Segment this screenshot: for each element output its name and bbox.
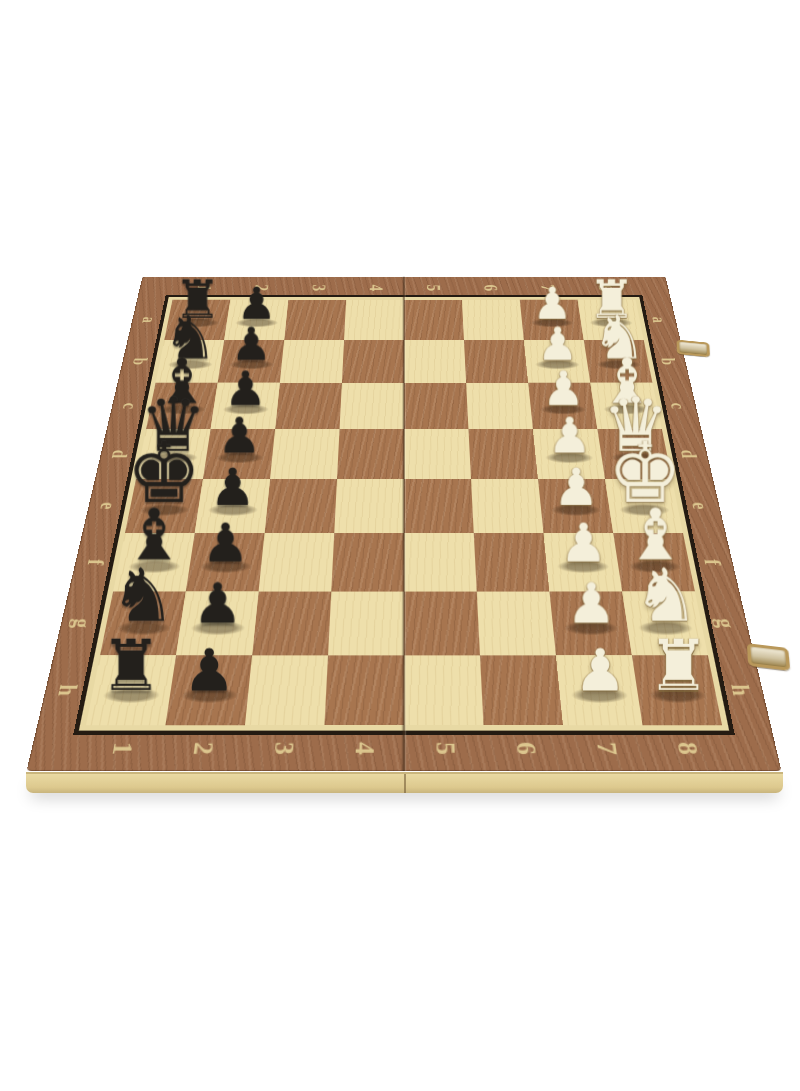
- file-label-right-a: a: [647, 312, 671, 326]
- square-e4: [334, 479, 404, 533]
- file-label-left-a: a: [137, 312, 161, 326]
- rank-label-top-5: 5: [422, 281, 443, 295]
- file-label-left-g: g: [66, 611, 98, 634]
- brass-clasp-lower: [747, 643, 791, 671]
- product-photo-stage: ♜♟♟♜♞♟♟♞♝♟♟♝♛♟♟♛♚♟♟♚♝♟♟♝♞♟♟♞♜♟♟♜ 1122334…: [0, 0, 800, 1091]
- square-e5: [404, 479, 474, 533]
- square-a4: [344, 300, 404, 340]
- piece-black-knight-g1: ♞: [109, 562, 175, 632]
- square-a5: [404, 300, 464, 340]
- rank-label-bottom-7: 7: [590, 735, 622, 762]
- side-fold-gap: [404, 774, 406, 793]
- piece-white-pawn-f7: ♟: [559, 519, 607, 570]
- square-c5: [404, 383, 468, 429]
- file-label-right-b: b: [655, 353, 680, 368]
- square-a3: [284, 300, 346, 340]
- piece-black-pawn-f2: ♟: [201, 519, 249, 570]
- fold-seam-line: [402, 277, 407, 772]
- piece-white-knight-g8: ♞: [633, 562, 699, 632]
- square-h4: [324, 655, 404, 725]
- square-h2: ♟: [165, 655, 252, 725]
- square-c3: [275, 383, 342, 429]
- rank-label-bottom-8: 8: [670, 735, 704, 762]
- chessboard: ♜♟♟♜♞♟♟♞♝♟♟♝♛♟♟♛♚♟♟♚♝♟♟♝♞♟♟♞♜♟♟♜ 1122334…: [26, 277, 781, 772]
- rank-label-top-4: 4: [365, 281, 386, 295]
- rank-label-bottom-3: 3: [267, 735, 298, 762]
- rank-label-bottom-4: 4: [349, 735, 379, 762]
- file-label-right-g: g: [710, 611, 742, 634]
- file-label-left-b: b: [127, 353, 152, 368]
- rank-label-top-3: 3: [307, 281, 329, 295]
- piece-white-pawn-g7: ♟: [566, 579, 616, 632]
- square-h6: [480, 655, 563, 725]
- piece-black-pawn-c2: ♟: [224, 367, 267, 412]
- board-frame: ♜♟♟♜♞♟♟♞♝♟♟♝♛♟♟♛♚♟♟♚♝♟♟♝♞♟♟♞♜♟♟♜ 1122334…: [26, 277, 781, 772]
- piece-white-rook-h8: ♜: [646, 633, 709, 700]
- file-label-left-e: e: [94, 496, 123, 515]
- file-label-right-f: f: [697, 551, 727, 572]
- square-h7: ♟: [556, 655, 643, 725]
- square-g6: [477, 592, 556, 656]
- square-e6: [471, 479, 543, 533]
- rank-label-bottom-5: 5: [430, 735, 460, 762]
- square-d4: [337, 429, 404, 479]
- square-b5: [404, 340, 466, 383]
- piece-black-pawn-h2: ♟: [182, 644, 234, 699]
- square-h8: ♜: [632, 655, 722, 725]
- brass-clasp-upper: [677, 340, 710, 357]
- piece-black-pawn-d2: ♟: [217, 414, 261, 461]
- piece-white-pawn-h7: ♟: [573, 644, 625, 699]
- square-h5: [404, 655, 484, 725]
- piece-black-pawn-e2: ♟: [209, 464, 255, 513]
- square-e3: [265, 479, 337, 533]
- square-c4: [340, 383, 404, 429]
- square-b6: [464, 340, 528, 383]
- board-side-edge: [26, 772, 783, 793]
- piece-white-pawn-d7: ♟: [547, 414, 591, 461]
- square-g4: [328, 592, 404, 656]
- square-b3: [280, 340, 344, 383]
- file-label-right-e: e: [686, 496, 715, 515]
- square-f4: [331, 533, 404, 592]
- rank-label-bottom-2: 2: [186, 735, 218, 762]
- square-f5: [404, 533, 477, 592]
- file-label-right-h: h: [724, 677, 757, 702]
- file-label-left-h: h: [51, 677, 84, 702]
- rank-label-bottom-6: 6: [510, 735, 541, 762]
- square-d5: [404, 429, 471, 479]
- piece-black-pawn-g2: ♟: [192, 579, 242, 632]
- rank-label-bottom-1: 1: [105, 735, 139, 762]
- square-d3: [270, 429, 340, 479]
- square-f3: [259, 533, 335, 592]
- piece-white-pawn-c7: ♟: [542, 367, 585, 412]
- square-g3: [252, 592, 331, 656]
- rank-label-top-6: 6: [479, 281, 501, 295]
- square-g5: [404, 592, 480, 656]
- square-h3: [245, 655, 328, 725]
- square-a6: [462, 300, 524, 340]
- piece-black-rook-h1: ♜: [99, 633, 162, 700]
- square-f6: [474, 533, 550, 592]
- square-b4: [342, 340, 404, 383]
- square-h1: ♜: [86, 655, 176, 725]
- square-c6: [466, 383, 533, 429]
- square-d6: [468, 429, 538, 479]
- piece-white-pawn-e7: ♟: [553, 464, 599, 513]
- file-label-left-f: f: [81, 551, 111, 572]
